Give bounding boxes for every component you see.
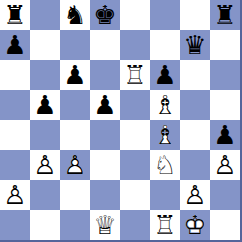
piece-black-pawn[interactable]: ♟ [30, 90, 60, 120]
square-d7[interactable] [90, 30, 120, 60]
square-e2[interactable] [120, 180, 150, 210]
square-c6[interactable]: ♟ [60, 60, 90, 90]
square-d3[interactable] [90, 150, 120, 180]
square-h1[interactable] [210, 210, 240, 240]
piece-black-pawn[interactable]: ♟ [90, 90, 120, 120]
square-e8[interactable] [120, 0, 150, 30]
piece-black-rook[interactable]: ♜ [210, 0, 240, 30]
square-a4[interactable] [0, 120, 30, 150]
square-f3[interactable]: ♞♘ [150, 150, 180, 180]
square-b7[interactable] [30, 30, 60, 60]
piece-white-rook[interactable]: ♜♖ [120, 60, 150, 90]
square-c3[interactable]: ♟♙ [60, 150, 90, 180]
piece-outline-glyph: ♕ [90, 210, 120, 240]
piece-white-pawn[interactable]: ♟♙ [210, 150, 240, 180]
piece-white-pawn[interactable]: ♟♙ [0, 180, 30, 210]
square-f8[interactable] [150, 0, 180, 30]
square-g5[interactable] [180, 90, 210, 120]
square-c5[interactable] [60, 90, 90, 120]
piece-white-pawn[interactable]: ♟♙ [30, 150, 60, 180]
square-h5[interactable] [210, 90, 240, 120]
piece-outline-glyph: ♖ [120, 60, 150, 90]
piece-white-bishop[interactable]: ♝♗ [150, 120, 180, 150]
piece-white-knight[interactable]: ♞♘ [150, 150, 180, 180]
piece-black-pawn[interactable]: ♟ [210, 120, 240, 150]
square-c7[interactable] [60, 30, 90, 60]
square-a3[interactable] [0, 150, 30, 180]
chess-board-frame: ♜♞♚♜♟♛♟♜♖♟♟♟♝♗♝♗♟♟♙♟♙♞♘♟♙♟♙♟♙♛♕♜♖♚♔ [0, 0, 242, 242]
piece-outline-glyph: ♘ [150, 150, 180, 180]
square-b5[interactable]: ♟ [30, 90, 60, 120]
square-h6[interactable] [210, 60, 240, 90]
piece-black-rook[interactable]: ♜ [0, 0, 30, 30]
square-e7[interactable] [120, 30, 150, 60]
square-c4[interactable] [60, 120, 90, 150]
piece-white-pawn[interactable]: ♟♙ [180, 180, 210, 210]
square-a5[interactable] [0, 90, 30, 120]
square-d8[interactable]: ♚ [90, 0, 120, 30]
square-g3[interactable] [180, 150, 210, 180]
square-e3[interactable] [120, 150, 150, 180]
square-e1[interactable] [120, 210, 150, 240]
piece-white-king[interactable]: ♚♔ [180, 210, 210, 240]
square-g8[interactable] [180, 0, 210, 30]
square-b1[interactable] [30, 210, 60, 240]
square-d2[interactable] [90, 180, 120, 210]
square-e5[interactable] [120, 90, 150, 120]
chess-board[interactable]: ♜♞♚♜♟♛♟♜♖♟♟♟♝♗♝♗♟♟♙♟♙♞♘♟♙♟♙♟♙♛♕♜♖♚♔ [0, 0, 240, 240]
piece-outline-glyph: ♙ [0, 180, 30, 210]
piece-black-knight[interactable]: ♞ [60, 0, 90, 30]
square-a8[interactable]: ♜ [0, 0, 30, 30]
piece-outline-glyph: ♙ [30, 150, 60, 180]
square-h4[interactable]: ♟ [210, 120, 240, 150]
piece-outline-glyph: ♖ [150, 210, 180, 240]
piece-outline-glyph: ♙ [60, 150, 90, 180]
square-f1[interactable]: ♜♖ [150, 210, 180, 240]
square-d5[interactable]: ♟ [90, 90, 120, 120]
piece-white-rook[interactable]: ♜♖ [150, 210, 180, 240]
piece-outline-glyph: ♔ [180, 210, 210, 240]
square-g1[interactable]: ♚♔ [180, 210, 210, 240]
square-d6[interactable] [90, 60, 120, 90]
square-c1[interactable] [60, 210, 90, 240]
square-c2[interactable] [60, 180, 90, 210]
square-h2[interactable] [210, 180, 240, 210]
square-a2[interactable]: ♟♙ [0, 180, 30, 210]
square-g6[interactable] [180, 60, 210, 90]
square-e6[interactable]: ♜♖ [120, 60, 150, 90]
square-f4[interactable]: ♝♗ [150, 120, 180, 150]
square-h7[interactable] [210, 30, 240, 60]
square-f7[interactable] [150, 30, 180, 60]
square-d1[interactable]: ♛♕ [90, 210, 120, 240]
piece-white-queen[interactable]: ♛♕ [90, 210, 120, 240]
square-h8[interactable]: ♜ [210, 0, 240, 30]
square-h3[interactable]: ♟♙ [210, 150, 240, 180]
piece-outline-glyph: ♙ [210, 150, 240, 180]
square-d4[interactable] [90, 120, 120, 150]
square-g4[interactable] [180, 120, 210, 150]
piece-black-queen[interactable]: ♛ [180, 30, 210, 60]
square-f5[interactable]: ♝♗ [150, 90, 180, 120]
piece-outline-glyph: ♗ [150, 90, 180, 120]
square-c8[interactable]: ♞ [60, 0, 90, 30]
square-a7[interactable]: ♟ [0, 30, 30, 60]
piece-outline-glyph: ♙ [180, 180, 210, 210]
piece-black-king[interactable]: ♚ [90, 0, 120, 30]
square-e4[interactable] [120, 120, 150, 150]
square-g2[interactable]: ♟♙ [180, 180, 210, 210]
piece-black-pawn[interactable]: ♟ [0, 30, 30, 60]
piece-white-bishop[interactable]: ♝♗ [150, 90, 180, 120]
square-g7[interactable]: ♛ [180, 30, 210, 60]
square-b8[interactable] [30, 0, 60, 30]
square-f2[interactable] [150, 180, 180, 210]
square-b4[interactable] [30, 120, 60, 150]
piece-outline-glyph: ♗ [150, 120, 180, 150]
square-a6[interactable] [0, 60, 30, 90]
piece-white-pawn[interactable]: ♟♙ [60, 150, 90, 180]
square-b2[interactable] [30, 180, 60, 210]
square-b3[interactable]: ♟♙ [30, 150, 60, 180]
piece-black-pawn[interactable]: ♟ [60, 60, 90, 90]
piece-black-pawn[interactable]: ♟ [150, 60, 180, 90]
square-a1[interactable] [0, 210, 30, 240]
square-f6[interactable]: ♟ [150, 60, 180, 90]
square-b6[interactable] [30, 60, 60, 90]
